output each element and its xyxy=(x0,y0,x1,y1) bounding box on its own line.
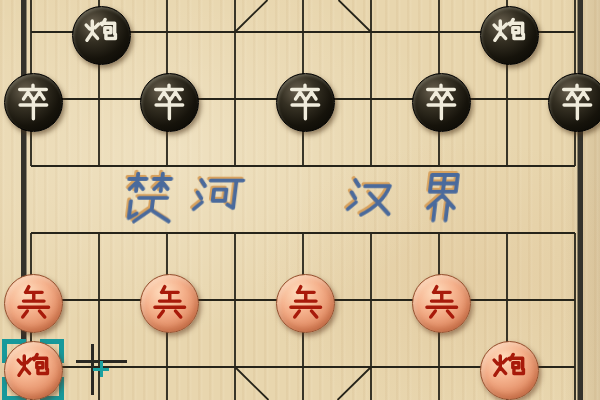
piece-grid xyxy=(0,0,600,400)
piece-black-zu-f1[interactable] xyxy=(4,73,63,132)
piece-black-pao-f8[interactable] xyxy=(480,6,539,65)
glyph-zu xyxy=(150,83,188,121)
piece-black-pao-f2[interactable] xyxy=(72,6,131,65)
glyph-bing xyxy=(422,284,460,322)
glyph-zu xyxy=(286,83,324,121)
glyph-pao xyxy=(82,16,120,54)
glyph-zu xyxy=(558,83,596,121)
piece-red-bing-f5[interactable] xyxy=(276,274,335,333)
glyph-pao xyxy=(490,351,528,389)
piece-black-zu-f7[interactable] xyxy=(412,73,471,132)
piece-red-bing-f3[interactable] xyxy=(140,274,199,333)
move-origin-marker xyxy=(73,341,129,397)
piece-red-bing-f7[interactable] xyxy=(412,274,471,333)
piece-black-zu-f5[interactable] xyxy=(276,73,335,132)
glyph-zu xyxy=(422,83,460,121)
xiangqi-board[interactable] xyxy=(0,0,600,400)
glyph-pao xyxy=(490,16,528,54)
glyph-zu xyxy=(14,83,52,121)
piece-red-pao-f1[interactable] xyxy=(4,341,63,400)
piece-black-zu-f9[interactable] xyxy=(548,73,600,132)
piece-red-bing-f1[interactable] xyxy=(4,274,63,333)
piece-black-zu-f3[interactable] xyxy=(140,73,199,132)
glyph-pao xyxy=(14,351,52,389)
glyph-bing xyxy=(286,284,324,322)
piece-red-pao-f8[interactable] xyxy=(480,341,539,400)
glyph-bing xyxy=(14,284,52,322)
glyph-bing xyxy=(150,284,188,322)
